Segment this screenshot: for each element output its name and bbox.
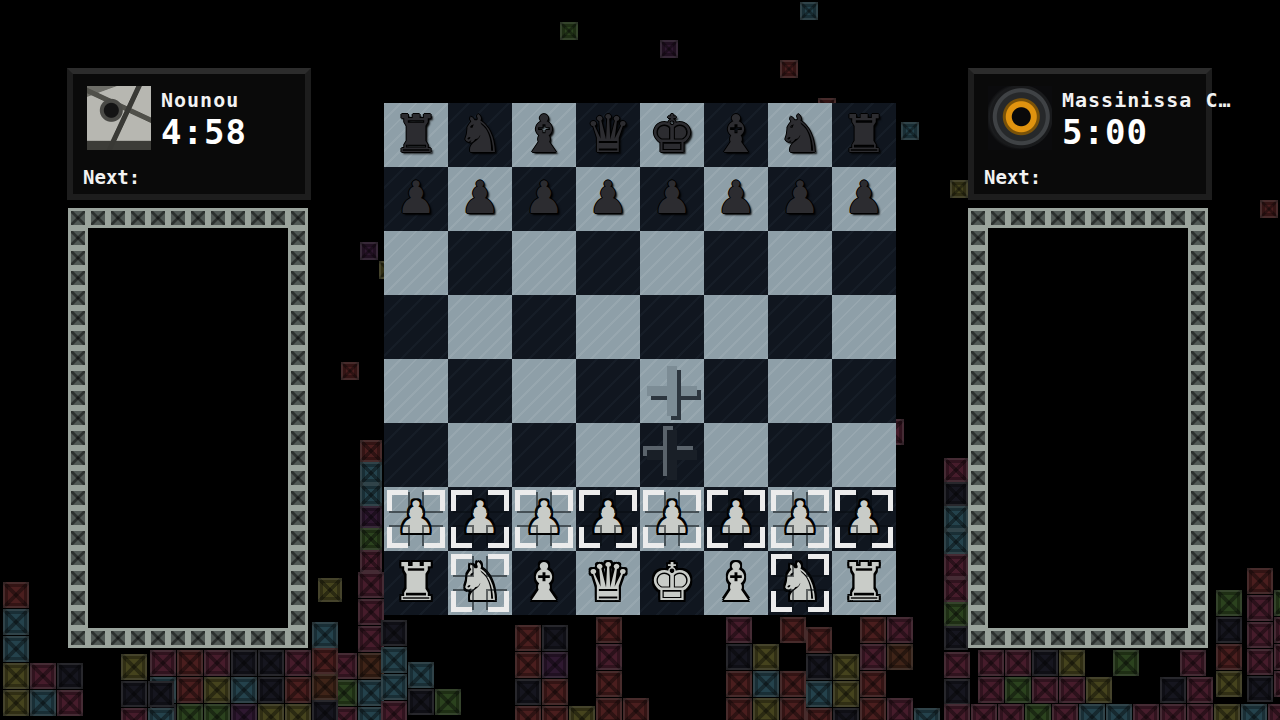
tetris-block <box>1274 671 1280 697</box>
tetris-block <box>1032 677 1058 703</box>
tray-border-block <box>68 408 88 428</box>
square-f4[interactable] <box>704 359 768 423</box>
tray-border-block <box>68 268 88 288</box>
tray-border-block <box>288 308 308 328</box>
tetris-block <box>312 622 338 648</box>
tray-border-block <box>288 448 308 468</box>
tray-border-block <box>968 428 988 448</box>
tetris-block <box>887 617 913 643</box>
tetris-block <box>148 681 174 707</box>
tetris-block <box>944 679 970 705</box>
tray-border-block <box>288 388 308 408</box>
tray-border-block <box>1188 448 1208 468</box>
tetris-block <box>560 22 578 40</box>
movable-piece-bracket-icon <box>451 591 472 612</box>
square-h1[interactable]: ♜ <box>832 551 896 615</box>
tray-border-block <box>968 468 988 488</box>
tray-border-block <box>68 608 88 628</box>
square-e1[interactable]: ♚ <box>640 551 704 615</box>
movable-piece-bracket-icon <box>488 490 509 511</box>
tetris-block <box>1247 595 1273 621</box>
movable-piece-bracket-icon <box>744 527 765 548</box>
square-h4[interactable] <box>832 359 896 423</box>
square-f5[interactable] <box>704 295 768 359</box>
tray-border-block <box>968 508 988 528</box>
square-a1[interactable]: ♜ <box>384 551 448 615</box>
tray-border-block <box>168 208 188 228</box>
tray-border-block <box>288 588 308 608</box>
tetris-block <box>1180 650 1206 676</box>
tetris-block <box>944 530 968 554</box>
tetris-block <box>944 458 968 482</box>
tetris-block <box>596 671 622 697</box>
movable-piece-bracket-icon <box>424 490 445 511</box>
square-h7[interactable]: ♟ <box>832 167 896 231</box>
player-clock: 5:00 <box>1062 112 1148 152</box>
tray-border-block <box>288 248 308 268</box>
tetris-block <box>360 440 382 462</box>
piece-black-pawn[interactable]: ♟ <box>640 167 704 231</box>
movable-piece-bracket-icon <box>451 554 472 575</box>
square-e5[interactable] <box>640 295 704 359</box>
square-f3[interactable] <box>704 423 768 487</box>
tetris-block <box>30 690 56 716</box>
tetris-block <box>381 620 407 646</box>
tray-border-block <box>68 488 88 508</box>
tray-border-block <box>988 628 1008 648</box>
tray-border-block <box>268 208 288 228</box>
movable-piece-bracket-icon <box>387 527 408 548</box>
square-a6[interactable] <box>384 231 448 295</box>
tray-border-block <box>288 568 308 588</box>
tray-border-block <box>288 268 308 288</box>
tetris-block <box>408 662 434 688</box>
movable-piece-bracket-icon <box>771 490 792 511</box>
tetris-block <box>1160 704 1186 720</box>
tray-border-block <box>68 568 88 588</box>
tray-border-block <box>968 368 988 388</box>
tetris-block <box>901 122 919 140</box>
tray-border-block <box>968 228 988 248</box>
tetris-block <box>515 652 541 678</box>
square-d1[interactable]: ♛ <box>576 551 640 615</box>
tetris-block <box>258 677 284 703</box>
tetris-block <box>1113 650 1139 676</box>
tetris-block <box>596 698 622 720</box>
tetris-well-left <box>68 208 308 648</box>
tetris-block <box>204 704 230 720</box>
tetris-block <box>177 677 203 703</box>
tray-border-block <box>168 628 188 648</box>
tetris-block <box>285 650 311 676</box>
tetris-block <box>1079 704 1105 720</box>
square-b3[interactable] <box>448 423 512 487</box>
tetris-block <box>833 654 859 680</box>
tetris-block <box>150 650 176 676</box>
tetris-block <box>312 648 338 674</box>
tetris-block <box>381 701 407 720</box>
piece-black-pawn[interactable]: ♟ <box>384 167 448 231</box>
tetris-block <box>121 681 147 707</box>
piece-black-king[interactable]: ♚ <box>640 103 704 167</box>
square-b5[interactable] <box>448 295 512 359</box>
movable-piece-bracket-icon <box>643 527 664 548</box>
piece-black-pawn[interactable]: ♟ <box>832 167 896 231</box>
tetris-block <box>1247 568 1273 594</box>
piece-black-bishop[interactable]: ♝ <box>704 103 768 167</box>
tray-border-right <box>1188 228 1208 628</box>
square-g3[interactable] <box>768 423 832 487</box>
tray-border-block <box>1048 208 1068 228</box>
square-f6[interactable] <box>704 231 768 295</box>
tray-border-block <box>288 548 308 568</box>
player-clock: 4:58 <box>161 112 247 152</box>
tray-border-block <box>208 208 228 228</box>
tray-border-block <box>268 628 288 648</box>
square-e3[interactable] <box>640 423 704 487</box>
square-b8[interactable]: ♞ <box>448 103 512 167</box>
tetris-block <box>914 708 940 720</box>
piece-white-bishop[interactable]: ♝ <box>512 551 576 615</box>
tray-border-block <box>968 568 988 588</box>
movable-piece-bracket-icon <box>424 527 445 548</box>
tetris-block <box>1133 704 1159 720</box>
movable-piece-bracket-icon <box>488 527 509 548</box>
movable-piece-bracket-icon <box>872 527 893 548</box>
tray-border-block <box>1188 208 1208 228</box>
tray-border-block <box>1188 368 1208 388</box>
piece-white-queen[interactable]: ♛ <box>576 551 640 615</box>
square-d7[interactable]: ♟ <box>576 167 640 231</box>
tetris-block <box>860 617 886 643</box>
tray-border-block <box>968 268 988 288</box>
piece-black-queen[interactable]: ♛ <box>576 103 640 167</box>
tray-border-block <box>68 508 88 528</box>
tray-border-block <box>88 628 108 648</box>
square-h3[interactable] <box>832 423 896 487</box>
square-b7[interactable]: ♟ <box>448 167 512 231</box>
player-avatar <box>87 86 151 150</box>
square-c1[interactable]: ♝ <box>512 551 576 615</box>
player-avatar <box>988 86 1052 150</box>
tray-border-block <box>288 488 308 508</box>
tray-border-block <box>1168 628 1188 648</box>
tetris-block <box>204 650 230 676</box>
square-d3[interactable] <box>576 423 640 487</box>
square-c4[interactable] <box>512 359 576 423</box>
piece-black-bishop[interactable]: ♝ <box>512 103 576 167</box>
tetris-block <box>1247 676 1273 702</box>
tetris-block <box>971 704 997 720</box>
tetris-block <box>860 644 886 670</box>
tray-border-block <box>968 328 988 348</box>
tray-border-block <box>968 308 988 328</box>
square-f1[interactable]: ♝ <box>704 551 768 615</box>
tetris-block <box>596 644 622 670</box>
tetris-block <box>887 698 913 720</box>
piece-black-pawn[interactable]: ♟ <box>768 167 832 231</box>
tetris-block <box>1160 677 1186 703</box>
tetris-block <box>950 180 968 198</box>
square-g8[interactable]: ♞ <box>768 103 832 167</box>
tray-border-block <box>68 308 88 328</box>
tetris-block <box>726 698 752 720</box>
square-a3[interactable] <box>384 423 448 487</box>
tetris-block <box>887 644 913 670</box>
tetris-block <box>944 626 968 650</box>
square-g1[interactable]: ♞ <box>768 551 832 615</box>
tray-border-block <box>288 348 308 368</box>
movable-piece-bracket-icon <box>387 490 408 511</box>
square-b1[interactable]: ♞ <box>448 551 512 615</box>
movable-piece-bracket-icon <box>515 490 536 511</box>
tray-border-block <box>968 628 988 648</box>
tray-border-block <box>1028 628 1048 648</box>
movable-piece-bracket-icon <box>835 527 856 548</box>
player-name: Nounou <box>161 88 239 112</box>
tray-border-block <box>1188 228 1208 248</box>
tetris-block <box>542 652 568 678</box>
movable-piece-bracket-icon <box>515 527 536 548</box>
piece-white-king[interactable]: ♚ <box>640 551 704 615</box>
tray-border-block <box>68 448 88 468</box>
tray-border-block <box>1068 628 1088 648</box>
movable-piece-bracket-icon <box>808 490 829 511</box>
piece-black-pawn[interactable]: ♟ <box>704 167 768 231</box>
square-c2[interactable]: ♟ <box>512 487 576 551</box>
tray-border-block <box>1188 568 1208 588</box>
square-d5[interactable] <box>576 295 640 359</box>
tray-border-block <box>1188 588 1208 608</box>
square-c7[interactable]: ♟ <box>512 167 576 231</box>
piece-black-rook[interactable]: ♜ <box>832 103 896 167</box>
tray-border-block <box>248 628 268 648</box>
tray-border-top <box>68 208 308 228</box>
tetris-block <box>1247 649 1273 675</box>
square-a2[interactable]: ♟ <box>384 487 448 551</box>
tetris-block <box>753 698 779 720</box>
square-d6[interactable] <box>576 231 640 295</box>
tetris-block <box>358 572 384 598</box>
piece-black-rook[interactable]: ♜ <box>384 103 448 167</box>
tetris-block <box>341 362 359 380</box>
tetris-block <box>806 627 832 653</box>
tetris-block <box>148 708 174 720</box>
tetris-block <box>1059 677 1085 703</box>
tray-border-block <box>1188 488 1208 508</box>
tray-border-block <box>88 208 108 228</box>
tetris-block <box>998 704 1024 720</box>
square-f2[interactable]: ♟ <box>704 487 768 551</box>
square-e4[interactable] <box>640 359 704 423</box>
tetris-block <box>515 679 541 705</box>
square-c3[interactable] <box>512 423 576 487</box>
tray-border-block <box>288 328 308 348</box>
square-c8[interactable]: ♝ <box>512 103 576 167</box>
tray-border-block <box>288 628 308 648</box>
square-c6[interactable] <box>512 231 576 295</box>
movable-piece-bracket-icon <box>616 490 637 511</box>
tray-border-block <box>148 628 168 648</box>
square-g5[interactable] <box>768 295 832 359</box>
square-h8[interactable]: ♜ <box>832 103 896 167</box>
tray-border-block <box>68 368 88 388</box>
piece-white-bishop[interactable]: ♝ <box>704 551 768 615</box>
piece-black-pawn[interactable]: ♟ <box>448 167 512 231</box>
square-a7[interactable]: ♟ <box>384 167 448 231</box>
piece-white-rook[interactable]: ♜ <box>832 551 896 615</box>
tray-border-block <box>288 428 308 448</box>
tray-border-block <box>968 448 988 468</box>
square-b4[interactable] <box>448 359 512 423</box>
tray-border-block <box>1188 328 1208 348</box>
tetris-block <box>944 602 968 626</box>
tetris-block <box>318 578 342 602</box>
tray-border-block <box>1048 628 1068 648</box>
square-g4[interactable] <box>768 359 832 423</box>
square-g6[interactable] <box>768 231 832 295</box>
tray-border-block <box>968 408 988 428</box>
tray-border-block <box>968 548 988 568</box>
tetris-block <box>57 690 83 716</box>
movable-piece-bracket-icon <box>579 527 600 548</box>
tetris-block <box>1052 704 1078 720</box>
tetris-block <box>312 700 338 720</box>
tray-border-block <box>68 328 88 348</box>
square-e7[interactable]: ♟ <box>640 167 704 231</box>
player-panel-right: Massinissa C… 5:00 Next: <box>968 68 1212 200</box>
tray-border-bottom <box>968 628 1208 648</box>
square-b2[interactable]: ♟ <box>448 487 512 551</box>
piece-black-pawn[interactable]: ♟ <box>512 167 576 231</box>
tetris-block <box>1216 644 1242 670</box>
tray-border-block <box>68 248 88 268</box>
tray-border-block <box>228 628 248 648</box>
tetris-block <box>623 698 649 720</box>
tetris-block <box>177 650 203 676</box>
next-piece-label: Next: <box>984 166 1041 188</box>
tray-border-block <box>68 548 88 568</box>
tray-border-block <box>968 348 988 368</box>
square-f7[interactable]: ♟ <box>704 167 768 231</box>
tray-border-block <box>188 628 208 648</box>
square-e6[interactable] <box>640 231 704 295</box>
tray-border-block <box>68 528 88 548</box>
tetris-block <box>204 677 230 703</box>
square-b6[interactable] <box>448 231 512 295</box>
square-g7[interactable]: ♟ <box>768 167 832 231</box>
movable-piece-bracket-icon <box>808 554 829 575</box>
movable-piece-bracket-icon <box>451 527 472 548</box>
tetris-block <box>1216 590 1242 616</box>
tray-border-block <box>1188 268 1208 288</box>
player-name: Massinissa C… <box>1062 88 1232 112</box>
move-marker-icon <box>640 359 704 423</box>
game-screen: Nounou 4:58 Next: Massinissa C… 5:00 Nex… <box>0 0 1280 720</box>
tray-border-left <box>68 228 88 628</box>
tetris-block <box>1216 671 1242 697</box>
tetris-well-right <box>968 208 1208 648</box>
tray-border-block <box>228 208 248 228</box>
tetris-block <box>285 704 311 720</box>
square-h6[interactable] <box>832 231 896 295</box>
tetris-block <box>726 617 752 643</box>
tetris-block <box>285 677 311 703</box>
tetris-block <box>978 677 1004 703</box>
square-a4[interactable] <box>384 359 448 423</box>
piece-black-knight[interactable]: ♞ <box>768 103 832 167</box>
square-a5[interactable] <box>384 295 448 359</box>
tray-border-block <box>1188 348 1208 368</box>
square-g2[interactable]: ♟ <box>768 487 832 551</box>
tray-border-block <box>1188 508 1208 528</box>
tetris-block <box>660 40 678 58</box>
tetris-block <box>1274 644 1280 670</box>
square-d8[interactable]: ♛ <box>576 103 640 167</box>
tray-border-block <box>1028 208 1048 228</box>
tetris-block <box>1274 617 1280 643</box>
tetris-block <box>596 617 622 643</box>
chess-board[interactable]: ♜♞♝♛♚♝♞♜♟♟♟♟♟♟♟♟♟♟♟♟♟♟♟♟♜♞♝♛♚♝♞♜ <box>384 103 896 615</box>
movable-piece-bracket-icon <box>808 527 829 548</box>
tetris-block <box>360 484 382 506</box>
tetris-block <box>1032 650 1058 676</box>
movable-piece-bracket-icon <box>616 527 637 548</box>
tetris-block <box>753 671 779 697</box>
tray-border-block <box>1188 408 1208 428</box>
tetris-block <box>1005 677 1031 703</box>
tray-border-block <box>1188 468 1208 488</box>
tray-border-block <box>968 588 988 608</box>
square-e8[interactable]: ♚ <box>640 103 704 167</box>
tetris-block <box>231 650 257 676</box>
tray-border-block <box>1108 628 1128 648</box>
piece-black-pawn[interactable]: ♟ <box>576 167 640 231</box>
square-d2[interactable]: ♟ <box>576 487 640 551</box>
tray-border-block <box>968 208 988 228</box>
tetris-block <box>780 617 806 643</box>
tetris-block <box>1268 704 1280 720</box>
tetris-block <box>833 708 859 720</box>
tetris-block <box>806 708 832 720</box>
tetris-block <box>30 663 56 689</box>
square-e2[interactable]: ♟ <box>640 487 704 551</box>
tray-border-block <box>968 608 988 628</box>
square-f8[interactable]: ♝ <box>704 103 768 167</box>
square-a8[interactable]: ♜ <box>384 103 448 167</box>
square-h2[interactable]: ♟ <box>832 487 896 551</box>
tray-border-block <box>288 528 308 548</box>
tetris-block <box>800 2 818 20</box>
tray-border-block <box>68 388 88 408</box>
tray-border-block <box>128 208 148 228</box>
square-c5[interactable] <box>512 295 576 359</box>
tetris-block <box>753 644 779 670</box>
tetris-block <box>944 482 968 506</box>
square-d4[interactable] <box>576 359 640 423</box>
movable-piece-bracket-icon <box>643 490 664 511</box>
piece-black-knight[interactable]: ♞ <box>448 103 512 167</box>
movable-piece-bracket-icon <box>707 490 728 511</box>
tetris-block <box>542 679 568 705</box>
tetris-block <box>515 706 541 720</box>
player-panel-left: Nounou 4:58 Next: <box>67 68 311 200</box>
tray-border-block <box>1188 628 1208 648</box>
piece-white-rook[interactable]: ♜ <box>384 551 448 615</box>
movable-piece-bracket-icon <box>451 490 472 511</box>
tray-border-block <box>188 208 208 228</box>
square-h5[interactable] <box>832 295 896 359</box>
